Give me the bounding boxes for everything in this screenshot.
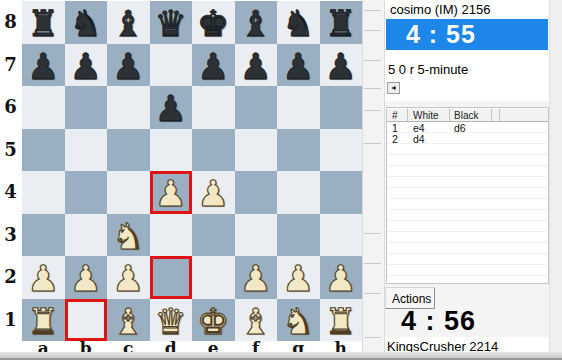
white-move: d4 (408, 133, 450, 145)
square-f7[interactable]: ♟ (235, 44, 278, 87)
piece-black-bishop-c8[interactable]: ♝ (107, 1, 150, 44)
square-b6[interactable] (65, 86, 108, 129)
piece-white-pawn-a2[interactable]: ♟ (22, 256, 65, 299)
splitter-tick (364, 293, 381, 294)
square-c1[interactable]: ♝ (107, 299, 150, 342)
piece-black-knight-g8[interactable]: ♞ (277, 1, 320, 44)
square-g5[interactable] (277, 129, 320, 172)
white-column-header: White (408, 108, 450, 122)
square-a3[interactable] (22, 214, 65, 257)
piece-white-pawn-f2[interactable]: ♟ (235, 256, 278, 299)
square-h5[interactable] (320, 129, 363, 172)
move-list-header: # White Black (387, 108, 548, 122)
square-e2[interactable] (192, 256, 235, 299)
window-bottom-edge (0, 352, 562, 360)
filler-column-header (500, 108, 548, 122)
square-g2[interactable]: ♟ (277, 256, 320, 299)
piece-black-pawn-a7[interactable]: ♟ (22, 44, 65, 87)
square-f1[interactable]: ♝ (235, 299, 278, 342)
square-d3[interactable] (150, 214, 193, 257)
piece-black-pawn-g7[interactable]: ♟ (277, 44, 320, 87)
square-g3[interactable] (277, 214, 320, 257)
piece-white-knight-c3[interactable]: ♞ (107, 214, 150, 257)
black-move: d6 (450, 122, 492, 134)
rank-label-8: 8 (0, 1, 21, 44)
piece-black-queen-d8[interactable]: ♛ (150, 1, 193, 44)
splitter-tick (364, 30, 381, 31)
piece-black-rook-h8[interactable]: ♜ (320, 1, 363, 44)
square-d1[interactable]: ♛ (150, 299, 193, 342)
move-number-column-header: # (387, 108, 408, 122)
rank-label-5: 5 (0, 129, 21, 172)
square-b1[interactable] (65, 299, 108, 342)
piece-white-king-e1[interactable]: ♚ (192, 299, 235, 342)
square-a1[interactable]: ♜ (22, 299, 65, 342)
black-column-header: Black (450, 108, 492, 122)
square-a5[interactable] (22, 129, 65, 172)
piece-black-pawn-h7[interactable]: ♟ (320, 44, 363, 87)
rank-label-2: 2 (0, 256, 21, 299)
piece-black-pawn-c7[interactable]: ♟ (107, 44, 150, 87)
square-e1[interactable]: ♚ (192, 299, 235, 342)
opponent-name: cosimo (IM) 2156 (390, 2, 490, 17)
square-a6[interactable] (22, 86, 65, 129)
move-list-body: 1e4d62d4 (387, 122, 548, 283)
square-g1[interactable]: ♞ (277, 299, 320, 342)
piece-white-rook-h1[interactable]: ♜ (320, 299, 363, 342)
piece-black-rook-a8[interactable]: ♜ (22, 1, 65, 44)
splitter-tick (364, 337, 381, 338)
square-b7[interactable]: ♟ (65, 44, 108, 87)
piece-black-bishop-f8[interactable]: ♝ (235, 1, 278, 44)
splitter-tick (364, 10, 381, 11)
square-g4[interactable] (277, 171, 320, 214)
piece-white-bishop-f1[interactable]: ♝ (235, 299, 278, 342)
square-f3[interactable] (235, 214, 278, 257)
piece-white-bishop-c1[interactable]: ♝ (107, 299, 150, 342)
square-b2[interactable]: ♟ (65, 256, 108, 299)
piece-white-queen-d1[interactable]: ♛ (150, 299, 193, 342)
piece-black-king-e8[interactable]: ♚ (192, 1, 235, 44)
chess-board: ♜♞♝♛♚♝♞♜♟♟♟♟♟♟♟♟♟♟♞♟♟♟♟♟♟♜♝♛♚♝♞♜ (22, 1, 362, 341)
piece-white-knight-g1[interactable]: ♞ (277, 299, 320, 342)
square-g6[interactable] (277, 86, 320, 129)
square-e4[interactable]: ♟ (192, 171, 235, 214)
move-row[interactable]: 2d4 (387, 133, 548, 144)
square-e8[interactable]: ♚ (192, 1, 235, 44)
splitter-tick (364, 263, 381, 264)
square-a8[interactable]: ♜ (22, 1, 65, 44)
rank-label-4: 4 (0, 171, 21, 214)
rank-label-3: 3 (0, 214, 21, 257)
square-g7[interactable]: ♟ (277, 44, 320, 87)
splitter-tick (364, 233, 381, 234)
piece-black-pawn-d6[interactable]: ♟ (150, 86, 193, 129)
rank-label-6: 6 (0, 86, 21, 129)
square-d8[interactable]: ♛ (150, 1, 193, 44)
piece-white-pawn-d4[interactable]: ♟ (150, 171, 193, 214)
square-e7[interactable]: ♟ (192, 44, 235, 87)
square-f8[interactable]: ♝ (235, 1, 278, 44)
square-h7[interactable]: ♟ (320, 44, 363, 87)
square-f5[interactable] (235, 129, 278, 172)
opponent-clock: 4 : 55 (386, 19, 548, 50)
square-c2[interactable]: ♟ (107, 256, 150, 299)
square-c3[interactable]: ♞ (107, 214, 150, 257)
square-d6[interactable]: ♟ (150, 86, 193, 129)
square-f2[interactable]: ♟ (235, 256, 278, 299)
splitter-tick (364, 110, 381, 111)
square-b8[interactable]: ♞ (65, 1, 108, 44)
splitter-tick (364, 88, 381, 89)
square-c5[interactable] (107, 129, 150, 172)
square-b5[interactable] (65, 129, 108, 172)
square-e6[interactable] (192, 86, 235, 129)
square-b4[interactable] (65, 171, 108, 214)
piece-white-pawn-g2[interactable]: ♟ (277, 256, 320, 299)
move-number: 2 (387, 133, 408, 145)
square-h3[interactable] (320, 214, 363, 257)
square-h1[interactable]: ♜ (320, 299, 363, 342)
square-e5[interactable] (192, 129, 235, 172)
game-type-label: 5 0 r 5-minute (388, 62, 468, 77)
splitter-tick (364, 60, 381, 61)
square-b3[interactable] (65, 214, 108, 257)
piece-white-pawn-b2[interactable]: ♟ (65, 256, 108, 299)
move-list: # White Black 1e4d62d4 (386, 107, 549, 284)
scroll-left-arrow-icon[interactable]: ◄ (387, 82, 400, 94)
square-c7[interactable]: ♟ (107, 44, 150, 87)
right-margin (549, 0, 562, 352)
piece-white-pawn-c2[interactable]: ♟ (107, 256, 150, 299)
square-d4[interactable]: ♟ (150, 171, 193, 214)
square-f4[interactable] (235, 171, 278, 214)
piece-black-pawn-e7[interactable]: ♟ (192, 44, 235, 87)
piece-white-pawn-h2[interactable]: ♟ (320, 256, 363, 299)
square-f6[interactable] (235, 86, 278, 129)
rank-labels: 87654321 (0, 1, 21, 341)
piece-white-rook-a1[interactable]: ♜ (22, 299, 65, 342)
square-c8[interactable]: ♝ (107, 1, 150, 44)
spacer-column-header (492, 108, 500, 122)
game-info-panel: cosimo (IM) 2156 4 : 55 5 0 r 5-minute ◄… (385, 0, 562, 352)
square-c4[interactable] (107, 171, 150, 214)
square-e3[interactable] (192, 214, 235, 257)
square-a2[interactable]: ♟ (22, 256, 65, 299)
square-h6[interactable] (320, 86, 363, 129)
square-d5[interactable] (150, 129, 193, 172)
piece-black-pawn-f7[interactable]: ♟ (235, 44, 278, 87)
square-h8[interactable]: ♜ (320, 1, 363, 44)
piece-black-knight-b8[interactable]: ♞ (65, 1, 108, 44)
square-h4[interactable] (320, 171, 363, 214)
square-d7[interactable] (150, 44, 193, 87)
piece-black-pawn-b7[interactable]: ♟ (65, 44, 108, 87)
rank-label-7: 7 (0, 44, 21, 87)
square-d2[interactable] (150, 256, 193, 299)
rank-label-1: 1 (0, 299, 21, 342)
square-c6[interactable] (107, 86, 150, 129)
square-a4[interactable] (22, 171, 65, 214)
square-g8[interactable]: ♞ (277, 1, 320, 44)
player-clock: 4 : 56 (401, 306, 476, 337)
square-h2[interactable]: ♟ (320, 256, 363, 299)
piece-white-pawn-e4[interactable]: ♟ (192, 171, 235, 214)
board-panel-splitter[interactable] (362, 0, 385, 352)
splitter-tick (364, 143, 381, 144)
move-row[interactable]: 1e4d6 (387, 122, 548, 133)
chess-client-window: 87654321 ♜♞♝♛♚♝♞♜♟♟♟♟♟♟♟♟♟♟♞♟♟♟♟♟♟♜♝♛♚♝♞… (0, 0, 562, 360)
square-a7[interactable]: ♟ (22, 44, 65, 87)
